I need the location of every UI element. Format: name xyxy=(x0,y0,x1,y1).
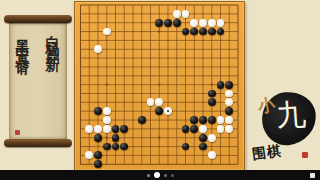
black-stone xyxy=(199,134,207,142)
player-scroll: 白杨鼎新 黑申真谞 xyxy=(9,15,67,147)
logo-main-char: 九 xyxy=(275,99,307,131)
bottom-bar xyxy=(0,170,320,180)
black-stone xyxy=(199,143,207,151)
scroll-seal-icon xyxy=(15,130,20,135)
scroll-roller-bottom xyxy=(4,139,72,147)
white-stone xyxy=(147,98,155,106)
black-stone xyxy=(112,143,120,151)
stones-layer xyxy=(76,1,242,169)
white-stone xyxy=(103,116,111,124)
pager-dot-active[interactable] xyxy=(154,172,160,178)
white-stone xyxy=(225,125,233,133)
black-player-column: 黑申真谞 xyxy=(16,28,30,56)
pager-dot[interactable] xyxy=(147,174,150,177)
black-stone xyxy=(138,116,146,124)
black-stone xyxy=(94,151,102,159)
black-stone xyxy=(103,143,111,151)
white-stone xyxy=(208,19,216,27)
black-stone xyxy=(190,116,198,124)
white-stone xyxy=(182,10,190,18)
black-stone xyxy=(173,19,181,27)
black-stone xyxy=(155,107,163,115)
white-stone xyxy=(173,10,181,18)
black-stone xyxy=(217,28,225,36)
black-stone xyxy=(94,160,102,168)
logo-seal-icon xyxy=(302,152,308,158)
go-board xyxy=(74,1,245,171)
black-stone xyxy=(208,28,216,36)
channel-logo: 小 九 围棋 xyxy=(250,92,318,166)
black-stone xyxy=(217,81,225,89)
black-stone xyxy=(94,134,102,142)
white-stone xyxy=(217,19,225,27)
black-stone xyxy=(182,125,190,133)
black-label: 黑 xyxy=(15,28,31,35)
white-player-column: 白杨鼎新 xyxy=(46,24,60,52)
last-move-marker xyxy=(167,110,170,113)
black-stone xyxy=(199,28,207,36)
scroll-roller-top xyxy=(4,15,72,23)
pager-dot[interactable] xyxy=(171,174,174,177)
black-player-name: 申真谞 xyxy=(15,35,31,56)
pager-dot[interactable] xyxy=(164,174,167,177)
white-stone xyxy=(94,125,102,133)
white-label: 白 xyxy=(45,24,61,31)
white-stone xyxy=(208,134,216,142)
black-stone xyxy=(112,125,120,133)
white-stone xyxy=(225,116,233,124)
black-stone xyxy=(208,98,216,106)
white-stone xyxy=(199,19,207,27)
black-stone xyxy=(225,81,233,89)
white-stone xyxy=(103,107,111,115)
black-stone xyxy=(199,116,207,124)
layout-toggle-icon[interactable] xyxy=(310,173,315,178)
black-stone xyxy=(120,143,128,151)
black-stone xyxy=(225,107,233,115)
black-stone xyxy=(208,90,216,98)
black-stone xyxy=(182,143,190,151)
black-stone xyxy=(190,28,198,36)
black-stone xyxy=(190,125,198,133)
black-stone xyxy=(112,134,120,142)
white-stone xyxy=(208,151,216,159)
logo-script-text: 围棋 xyxy=(251,142,283,164)
white-stone xyxy=(164,107,172,115)
black-stone xyxy=(94,107,102,115)
white-stone xyxy=(155,98,163,106)
black-stone xyxy=(182,28,190,36)
white-stone xyxy=(85,125,93,133)
white-stone xyxy=(225,90,233,98)
black-stone xyxy=(120,125,128,133)
black-stone xyxy=(164,19,172,27)
white-stone xyxy=(103,28,111,36)
white-stone xyxy=(225,98,233,106)
black-stone xyxy=(155,19,163,27)
black-stone xyxy=(208,116,216,124)
white-stone xyxy=(217,116,225,124)
white-stone xyxy=(217,125,225,133)
carousel-pager xyxy=(147,172,174,178)
white-player-name: 杨鼎新 xyxy=(45,31,61,52)
white-stone xyxy=(103,125,111,133)
white-stone xyxy=(190,19,198,27)
white-stone xyxy=(199,125,207,133)
white-stone xyxy=(94,45,102,53)
white-stone xyxy=(85,151,93,159)
